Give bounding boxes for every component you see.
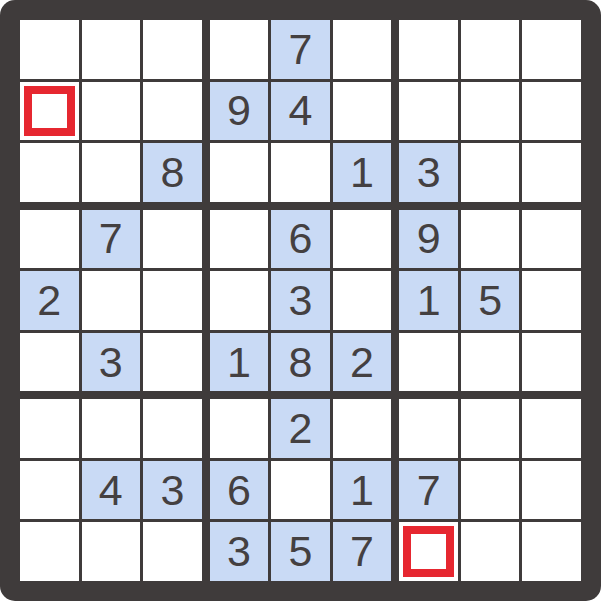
cell-r6c5[interactable]: 8: [271, 333, 330, 392]
cell-r6c2[interactable]: 3: [82, 333, 141, 392]
cell-r3c8[interactable]: [461, 143, 520, 202]
cell-r4c7[interactable]: 9: [399, 210, 458, 269]
cell-r7c1[interactable]: [20, 399, 79, 458]
cell-r8c6[interactable]: 1: [333, 461, 392, 520]
cell-r8c2[interactable]: 4: [82, 461, 141, 520]
cell-r8c7[interactable]: 7: [399, 461, 458, 520]
cell-r2c7[interactable]: [399, 82, 458, 141]
cell-r3c1[interactable]: [20, 143, 79, 202]
digit: 5: [478, 279, 502, 322]
cell-r7c3[interactable]: [143, 399, 202, 458]
cell-r9c5[interactable]: 5: [271, 522, 330, 581]
cell-r7c4[interactable]: [210, 399, 269, 458]
cell-r2c3[interactable]: [143, 82, 202, 141]
digit: 2: [37, 279, 61, 322]
cell-r6c6[interactable]: 2: [333, 333, 392, 392]
digit: 7: [417, 469, 441, 512]
cell-r8c5[interactable]: [271, 461, 330, 520]
digit: 9: [227, 89, 251, 132]
cell-r4c4[interactable]: [210, 210, 269, 269]
cell-r9c3[interactable]: [143, 522, 202, 581]
cell-r4c5[interactable]: 6: [271, 210, 330, 269]
cell-r8c1[interactable]: [20, 461, 79, 520]
cell-r2c5[interactable]: 4: [271, 82, 330, 141]
cell-r9c7[interactable]: [399, 522, 458, 581]
cell-r8c3[interactable]: 3: [143, 461, 202, 520]
cell-r4c6[interactable]: [333, 210, 392, 269]
cell-r2c8[interactable]: [461, 82, 520, 141]
digit: 4: [289, 89, 313, 132]
cell-r7c8[interactable]: [461, 399, 520, 458]
cell-r1c8[interactable]: [461, 20, 520, 79]
cell-r5c4[interactable]: [210, 271, 269, 330]
digit: 3: [99, 341, 123, 384]
cell-r3c4[interactable]: [210, 143, 269, 202]
cell-r3c9[interactable]: [522, 143, 581, 202]
cell-r7c6[interactable]: [333, 399, 392, 458]
digit: 7: [99, 217, 123, 260]
digit: 2: [289, 407, 313, 450]
cell-r8c4[interactable]: 6: [210, 461, 269, 520]
cell-r3c7[interactable]: 3: [399, 143, 458, 202]
cell-r4c2[interactable]: 7: [82, 210, 141, 269]
digit: 1: [227, 341, 251, 384]
sudoku-board-frame: 79481376923153182243617357: [0, 0, 601, 601]
cell-r6c7[interactable]: [399, 333, 458, 392]
red-target-marker: [403, 526, 454, 577]
digit: 8: [160, 151, 184, 194]
cell-r9c4[interactable]: 3: [210, 522, 269, 581]
cell-r3c2[interactable]: [82, 143, 141, 202]
digit: 2: [350, 341, 374, 384]
cell-r5c5[interactable]: 3: [271, 271, 330, 330]
cell-r5c7[interactable]: 1: [399, 271, 458, 330]
cell-r5c6[interactable]: [333, 271, 392, 330]
digit: 3: [227, 530, 251, 573]
digit: 6: [227, 469, 251, 512]
cell-r6c3[interactable]: [143, 333, 202, 392]
cell-r1c7[interactable]: [399, 20, 458, 79]
cell-r9c1[interactable]: [20, 522, 79, 581]
cell-r2c2[interactable]: [82, 82, 141, 141]
cell-r4c8[interactable]: [461, 210, 520, 269]
cell-r1c6[interactable]: [333, 20, 392, 79]
cell-r7c5[interactable]: 2: [271, 399, 330, 458]
digit: 3: [289, 279, 313, 322]
cell-r4c9[interactable]: [522, 210, 581, 269]
digit: 3: [160, 469, 184, 512]
cell-r9c6[interactable]: 7: [333, 522, 392, 581]
digit: 8: [289, 341, 313, 384]
digit: 5: [289, 530, 313, 573]
cell-r6c8[interactable]: [461, 333, 520, 392]
cell-r5c3[interactable]: [143, 271, 202, 330]
cell-r3c3[interactable]: 8: [143, 143, 202, 202]
cell-r5c9[interactable]: [522, 271, 581, 330]
cell-r1c4[interactable]: [210, 20, 269, 79]
cell-r5c8[interactable]: 5: [461, 271, 520, 330]
digit: 4: [99, 469, 123, 512]
cell-r1c2[interactable]: [82, 20, 141, 79]
cell-r1c9[interactable]: [522, 20, 581, 79]
cell-r4c3[interactable]: [143, 210, 202, 269]
digit: 9: [417, 217, 441, 260]
cell-r2c6[interactable]: [333, 82, 392, 141]
cell-r6c9[interactable]: [522, 333, 581, 392]
cell-r2c4[interactable]: 9: [210, 82, 269, 141]
cell-r7c2[interactable]: [82, 399, 141, 458]
cell-r3c6[interactable]: 1: [333, 143, 392, 202]
digit: 7: [289, 28, 313, 71]
digit: 1: [350, 151, 374, 194]
cell-r1c5[interactable]: 7: [271, 20, 330, 79]
cell-r7c7[interactable]: [399, 399, 458, 458]
cell-r2c1[interactable]: [20, 82, 79, 141]
cell-r5c2[interactable]: [82, 271, 141, 330]
cell-r2c9[interactable]: [522, 82, 581, 141]
cell-r9c2[interactable]: [82, 522, 141, 581]
cell-r4c1[interactable]: [20, 210, 79, 269]
cell-r6c1[interactable]: [20, 333, 79, 392]
digit: 1: [417, 279, 441, 322]
cell-r1c3[interactable]: [143, 20, 202, 79]
digit: 1: [350, 469, 374, 512]
cell-r6c4[interactable]: 1: [210, 333, 269, 392]
sudoku-board: 79481376923153182243617357: [20, 20, 581, 581]
cell-r3c5[interactable]: [271, 143, 330, 202]
digit: 3: [417, 151, 441, 194]
cell-r9c8[interactable]: [461, 522, 520, 581]
cell-r1c1[interactable]: [20, 20, 79, 79]
cell-r7c9[interactable]: [522, 399, 581, 458]
red-target-marker: [24, 86, 75, 137]
cell-r8c8[interactable]: [461, 461, 520, 520]
digit: 7: [350, 530, 374, 573]
digit: 6: [289, 217, 313, 260]
cell-r8c9[interactable]: [522, 461, 581, 520]
cell-r5c1[interactable]: 2: [20, 271, 79, 330]
cell-r9c9[interactable]: [522, 522, 581, 581]
